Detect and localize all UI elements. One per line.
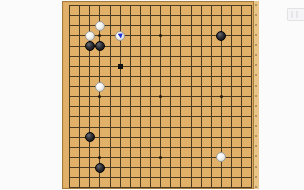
coordinate-tick — [255, 54, 257, 56]
coordinate-tick — [255, 135, 257, 137]
grid-line-vertical — [180, 5, 181, 188]
grid-line-vertical — [231, 5, 232, 188]
watermark — [287, 8, 304, 21]
coordinate-tick — [255, 95, 257, 97]
grid-line-vertical — [201, 5, 202, 188]
grid-line-vertical — [251, 5, 252, 188]
grid-line-vertical — [170, 5, 171, 188]
coordinate-tick — [255, 105, 257, 107]
coordinate-tick — [255, 64, 257, 66]
app-screen — [0, 0, 304, 190]
grid-line-vertical — [191, 5, 192, 188]
grid-line-horizontal — [69, 127, 252, 128]
coordinate-tick — [255, 34, 257, 36]
coordinate-tick — [255, 24, 257, 26]
coordinate-tick — [255, 74, 257, 76]
coordinate-tick — [255, 186, 257, 188]
star-point — [98, 34, 101, 37]
coordinate-tick — [255, 155, 257, 157]
grid-line-horizontal — [69, 116, 252, 117]
star-point — [98, 95, 101, 98]
black-stone — [85, 41, 95, 51]
white-stone — [85, 31, 95, 41]
coordinate-tick — [255, 14, 257, 16]
white-stone — [95, 82, 105, 92]
star-point — [98, 156, 101, 159]
star-point — [159, 34, 162, 37]
grid-line-horizontal — [69, 187, 252, 188]
watermark-bar — [291, 11, 293, 18]
grid-line-horizontal — [69, 137, 252, 138]
star-point — [220, 95, 223, 98]
watermark-bar — [296, 11, 298, 18]
grid-line-vertical — [241, 5, 242, 188]
white-stone — [216, 152, 226, 162]
star-point — [159, 156, 162, 159]
black-stone — [216, 31, 226, 41]
coordinate-tick — [255, 85, 257, 87]
star-point — [159, 95, 162, 98]
black-stone — [95, 163, 105, 173]
black-stone — [85, 132, 95, 142]
grid-line-horizontal — [69, 106, 252, 107]
go-board[interactable] — [62, 1, 254, 189]
right-coordinate-strip — [254, 1, 259, 189]
marked-point-square-icon — [118, 64, 123, 69]
coordinate-tick — [255, 125, 257, 127]
coordinate-tick — [255, 44, 257, 46]
coordinate-tick — [255, 115, 257, 117]
coordinate-tick — [255, 166, 257, 168]
coordinate-tick — [255, 4, 257, 6]
black-stone — [95, 41, 105, 51]
coordinate-tick — [255, 176, 257, 178]
coordinate-tick — [255, 145, 257, 147]
grid-line-vertical — [211, 5, 212, 188]
grid-line-horizontal — [69, 177, 252, 178]
grid-line-horizontal — [69, 147, 252, 148]
white-stone — [95, 21, 105, 31]
